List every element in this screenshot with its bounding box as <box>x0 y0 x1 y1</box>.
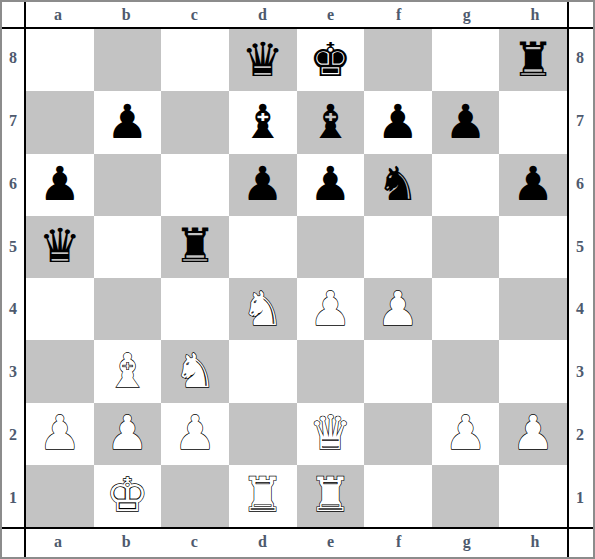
square-f1[interactable] <box>364 465 432 527</box>
rank-label-2: 2 <box>2 404 24 467</box>
square-c3[interactable]: ♞ <box>161 340 229 402</box>
square-h5[interactable] <box>499 216 567 278</box>
rank-label-6: 6 <box>569 153 591 216</box>
file-label-d: d <box>228 2 296 27</box>
black-pawn-icon: ♟ <box>512 160 554 207</box>
square-f5[interactable] <box>364 216 432 278</box>
white-knight-icon: ♞ <box>174 347 216 394</box>
black-pawn-icon: ♟ <box>309 160 351 207</box>
square-h6[interactable]: ♟ <box>499 154 567 216</box>
white-pawn-icon: ♟ <box>444 409 486 456</box>
file-label-f: f <box>365 2 433 27</box>
square-c2[interactable]: ♟ <box>161 403 229 465</box>
square-d5[interactable] <box>229 216 297 278</box>
white-pawn-icon: ♟ <box>106 409 148 456</box>
square-a6[interactable]: ♟ <box>26 154 94 216</box>
square-h1[interactable] <box>499 465 567 527</box>
square-f3[interactable] <box>364 340 432 402</box>
square-a1[interactable] <box>26 465 94 527</box>
square-d8[interactable]: ♛ <box>229 29 297 91</box>
square-f8[interactable] <box>364 29 432 91</box>
square-c4[interactable] <box>161 278 229 340</box>
square-b7[interactable]: ♟ <box>94 91 162 153</box>
square-g3[interactable] <box>432 340 500 402</box>
square-d6[interactable]: ♟ <box>229 154 297 216</box>
square-h4[interactable] <box>499 278 567 340</box>
rank-label-8: 8 <box>569 27 591 90</box>
black-pawn-icon: ♟ <box>377 98 419 145</box>
file-labels-top: abcdefgh <box>24 2 569 27</box>
white-bishop-icon: ♝ <box>106 347 148 394</box>
square-a7[interactable] <box>26 91 94 153</box>
black-rook-icon: ♜ <box>512 36 554 83</box>
square-g6[interactable] <box>432 154 500 216</box>
square-g4[interactable] <box>432 278 500 340</box>
square-e4[interactable]: ♟ <box>297 278 365 340</box>
square-b6[interactable] <box>94 154 162 216</box>
square-f7[interactable]: ♟ <box>364 91 432 153</box>
square-e3[interactable] <box>297 340 365 402</box>
square-e6[interactable]: ♟ <box>297 154 365 216</box>
file-label-g: g <box>433 2 501 27</box>
rank-label-3: 3 <box>2 341 24 404</box>
file-label-e: e <box>297 2 365 27</box>
square-e8[interactable]: ♚ <box>297 29 365 91</box>
black-pawn-icon: ♟ <box>444 98 486 145</box>
square-g1[interactable] <box>432 465 500 527</box>
square-g2[interactable]: ♟ <box>432 403 500 465</box>
rank-labels-right: 87654321 <box>569 27 591 529</box>
black-king-icon: ♚ <box>309 36 351 83</box>
chess-board: ♛♚♜♟♝♝♟♟♟♟♟♞♟♛♜♞♟♟♝♞♟♟♟♛♟♟♚♜♜ <box>24 27 569 529</box>
file-label-d: d <box>228 529 296 555</box>
white-king-icon: ♚ <box>106 471 148 518</box>
file-label-b: b <box>92 529 160 555</box>
white-pawn-icon: ♟ <box>377 285 419 332</box>
square-h3[interactable] <box>499 340 567 402</box>
white-rook-icon: ♜ <box>309 471 351 518</box>
square-h8[interactable]: ♜ <box>499 29 567 91</box>
square-b5[interactable] <box>94 216 162 278</box>
square-d7[interactable]: ♝ <box>229 91 297 153</box>
rank-label-7: 7 <box>569 90 591 153</box>
square-g7[interactable]: ♟ <box>432 91 500 153</box>
white-queen-icon: ♛ <box>309 409 351 456</box>
square-h7[interactable] <box>499 91 567 153</box>
square-c7[interactable] <box>161 91 229 153</box>
file-labels-bottom: abcdefgh <box>24 529 569 555</box>
square-d4[interactable]: ♞ <box>229 278 297 340</box>
square-b3[interactable]: ♝ <box>94 340 162 402</box>
square-d3[interactable] <box>229 340 297 402</box>
square-a5[interactable]: ♛ <box>26 216 94 278</box>
rank-label-4: 4 <box>569 278 591 341</box>
black-queen-icon: ♛ <box>39 222 81 269</box>
file-label-h: h <box>501 529 569 555</box>
square-d1[interactable]: ♜ <box>229 465 297 527</box>
rank-labels-left: 87654321 <box>2 27 24 529</box>
white-rook-icon: ♜ <box>242 471 284 518</box>
file-label-a: a <box>24 529 92 555</box>
black-pawn-icon: ♟ <box>106 98 148 145</box>
rank-label-1: 1 <box>2 466 24 529</box>
rank-label-5: 5 <box>2 215 24 278</box>
black-pawn-icon: ♟ <box>242 160 284 207</box>
square-c6[interactable] <box>161 154 229 216</box>
square-a8[interactable] <box>26 29 94 91</box>
rank-label-3: 3 <box>569 341 591 404</box>
rank-label-1: 1 <box>569 466 591 529</box>
black-rook-icon: ♜ <box>174 222 216 269</box>
black-bishop-icon: ♝ <box>309 98 351 145</box>
rank-label-8: 8 <box>2 27 24 90</box>
square-b8[interactable] <box>94 29 162 91</box>
square-g5[interactable] <box>432 216 500 278</box>
file-label-g: g <box>433 529 501 555</box>
square-e1[interactable]: ♜ <box>297 465 365 527</box>
rank-label-5: 5 <box>569 215 591 278</box>
square-e2[interactable]: ♛ <box>297 403 365 465</box>
square-a2[interactable]: ♟ <box>26 403 94 465</box>
black-bishop-icon: ♝ <box>242 98 284 145</box>
file-label-c: c <box>160 529 228 555</box>
square-c5[interactable]: ♜ <box>161 216 229 278</box>
file-label-h: h <box>501 2 569 27</box>
rank-label-2: 2 <box>569 404 591 467</box>
chess-diagram: abcdefgh abcdefgh 87654321 87654321 ♛♚♜♟… <box>0 0 595 559</box>
rank-label-4: 4 <box>2 278 24 341</box>
black-knight-icon: ♞ <box>377 160 419 207</box>
white-pawn-icon: ♟ <box>39 409 81 456</box>
square-b4[interactable] <box>94 278 162 340</box>
rank-label-7: 7 <box>2 90 24 153</box>
square-c1[interactable] <box>161 465 229 527</box>
square-a4[interactable] <box>26 278 94 340</box>
square-b2[interactable]: ♟ <box>94 403 162 465</box>
file-label-f: f <box>365 529 433 555</box>
square-f4[interactable]: ♟ <box>364 278 432 340</box>
white-knight-icon: ♞ <box>242 285 284 332</box>
square-f2[interactable] <box>364 403 432 465</box>
rank-label-6: 6 <box>2 153 24 216</box>
file-label-b: b <box>92 2 160 27</box>
white-pawn-icon: ♟ <box>512 409 554 456</box>
file-label-e: e <box>297 529 365 555</box>
square-g8[interactable] <box>432 29 500 91</box>
square-a3[interactable] <box>26 340 94 402</box>
white-pawn-icon: ♟ <box>309 285 351 332</box>
black-queen-icon: ♛ <box>242 36 284 83</box>
square-b1[interactable]: ♚ <box>94 465 162 527</box>
square-e7[interactable]: ♝ <box>297 91 365 153</box>
file-label-a: a <box>24 2 92 27</box>
square-d2[interactable] <box>229 403 297 465</box>
square-c8[interactable] <box>161 29 229 91</box>
black-pawn-icon: ♟ <box>39 160 81 207</box>
white-pawn-icon: ♟ <box>174 409 216 456</box>
square-h2[interactable]: ♟ <box>499 403 567 465</box>
file-label-c: c <box>160 2 228 27</box>
square-f6[interactable]: ♞ <box>364 154 432 216</box>
square-e5[interactable] <box>297 216 365 278</box>
